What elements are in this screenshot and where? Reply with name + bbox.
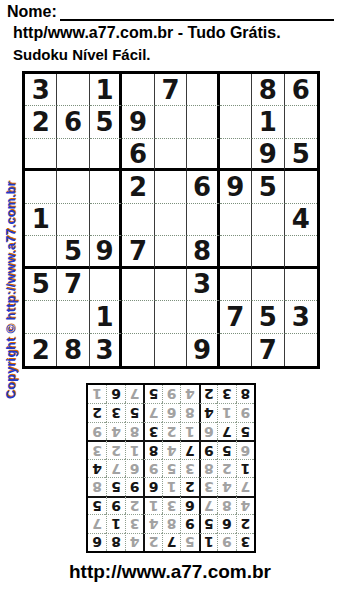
solution-cell-r4c8: 5 xyxy=(106,477,124,495)
cell-r2c3: 5 xyxy=(90,106,122,138)
solution-cell-r4c6: 6 xyxy=(143,477,161,495)
solution-cell-r4c5: 1 xyxy=(162,477,180,495)
cell-r1c2 xyxy=(57,74,89,106)
solution-cell-r6c6: 8 xyxy=(143,440,161,458)
solution-cell-r3c8: 9 xyxy=(106,496,124,514)
site-header-text: http/www.a77.com.br - Tudo Grátis. xyxy=(13,24,281,42)
solution-cell-r5c8: 7 xyxy=(106,459,124,477)
solution-cell-r5c6: 9 xyxy=(143,459,161,477)
solution-cell-r1c9: 6 xyxy=(88,533,106,551)
solution-cell-r2c6: 4 xyxy=(143,514,161,532)
cell-r9c8: 7 xyxy=(252,334,284,366)
cell-r8c3: 1 xyxy=(90,301,122,333)
cell-r1c3: 1 xyxy=(90,74,122,106)
solution-cell-r7c6: 3 xyxy=(143,422,161,440)
cell-r6c6: 8 xyxy=(187,236,219,268)
solution-cell-r5c5: 5 xyxy=(162,459,180,477)
solution-cell-r7c4: 1 xyxy=(180,422,198,440)
puzzle-title: Sudoku Nível Fácil. xyxy=(13,46,151,63)
solution-cell-r5c3: 8 xyxy=(199,459,217,477)
solution-cell-r2c2: 6 xyxy=(217,514,235,532)
cell-r7c7 xyxy=(220,269,252,301)
cell-r3c6 xyxy=(187,139,219,171)
cell-r5c6 xyxy=(187,204,219,236)
solution-cell-r1c3: 1 xyxy=(199,533,217,551)
cell-r3c2 xyxy=(57,139,89,171)
solution-cell-r3c3: 7 xyxy=(199,496,217,514)
cell-r4c6: 6 xyxy=(187,171,219,203)
cell-r6c9 xyxy=(285,236,317,268)
cell-r4c5 xyxy=(155,171,187,203)
cell-r3c4: 6 xyxy=(122,139,154,171)
solution-cell-r9c3: 2 xyxy=(199,385,217,403)
solution-cell-r6c7: 1 xyxy=(125,440,143,458)
solution-cell-r2c7: 3 xyxy=(125,514,143,532)
solution-cell-r9c8: 6 xyxy=(106,385,124,403)
solution-cell-r3c2: 8 xyxy=(217,496,235,514)
solution-cell-r8c8: 3 xyxy=(106,403,124,421)
cell-r4c2 xyxy=(57,171,89,203)
cell-r3c1 xyxy=(25,139,57,171)
solution-cell-r3c9: 5 xyxy=(88,496,106,514)
solution-cell-r4c9: 8 xyxy=(88,477,106,495)
solution-cell-r7c8: 4 xyxy=(106,422,124,440)
solution-cell-r9c1: 8 xyxy=(236,385,254,403)
cell-r3c7 xyxy=(220,139,252,171)
sudoku-solution-grid-rotated: 3915724862659843174876312957432169581283… xyxy=(86,383,256,553)
cell-r9c4 xyxy=(122,334,154,366)
solution-cell-r5c2: 2 xyxy=(217,459,235,477)
cell-r7c1: 5 xyxy=(25,269,57,301)
cell-r6c4: 7 xyxy=(122,236,154,268)
solution-cell-r8c1: 9 xyxy=(236,403,254,421)
solution-cell-r6c9: 3 xyxy=(88,440,106,458)
solution-cell-r2c1: 2 xyxy=(236,514,254,532)
solution-cell-r2c3: 5 xyxy=(199,514,217,532)
solution-cell-r3c6: 1 xyxy=(143,496,161,514)
solution-cell-r8c5: 6 xyxy=(162,403,180,421)
cell-r9c5 xyxy=(155,334,187,366)
cell-r8c2 xyxy=(57,301,89,333)
solution-cell-r2c4: 9 xyxy=(180,514,198,532)
cell-r4c9 xyxy=(285,171,317,203)
copyright-vertical-text: Copyright © http://www.a77.com.br xyxy=(4,181,18,399)
solution-cell-r7c9: 9 xyxy=(88,422,106,440)
cell-r2c4: 9 xyxy=(122,106,154,138)
cell-r9c2: 8 xyxy=(57,334,89,366)
cell-r7c8 xyxy=(252,269,284,301)
solution-cell-r8c4: 8 xyxy=(180,403,198,421)
name-fill-line xyxy=(60,4,334,21)
solution-cell-r6c4: 7 xyxy=(180,440,198,458)
solution-cell-r4c1: 7 xyxy=(236,477,254,495)
solution-cell-r1c7: 4 xyxy=(125,533,143,551)
cell-r1c8: 8 xyxy=(252,74,284,106)
cell-r5c8 xyxy=(252,204,284,236)
cell-r7c3 xyxy=(90,269,122,301)
cell-r4c1 xyxy=(25,171,57,203)
cell-r5c9: 4 xyxy=(285,204,317,236)
cell-r5c4 xyxy=(122,204,154,236)
solution-cell-r4c2: 4 xyxy=(217,477,235,495)
cell-r2c8: 1 xyxy=(252,106,284,138)
cell-r2c2: 6 xyxy=(57,106,89,138)
cell-r5c3 xyxy=(90,204,122,236)
solution-cell-r8c7: 5 xyxy=(125,403,143,421)
solution-cell-r1c1: 3 xyxy=(236,533,254,551)
footer-url: http://www.a77.com.br xyxy=(0,561,340,583)
sudoku-puzzle-grid: 31786265916952695145978573175328397 xyxy=(22,71,320,369)
solution-cell-r6c5: 4 xyxy=(162,440,180,458)
solution-cell-r9c2: 3 xyxy=(217,385,235,403)
cell-r7c4 xyxy=(122,269,154,301)
cell-r5c1: 1 xyxy=(25,204,57,236)
cell-r7c9 xyxy=(285,269,317,301)
cell-r2c9 xyxy=(285,106,317,138)
cell-r4c8: 5 xyxy=(252,171,284,203)
solution-cell-r1c2: 9 xyxy=(217,533,235,551)
cell-r2c6 xyxy=(187,106,219,138)
solution-cell-r3c5: 3 xyxy=(162,496,180,514)
cell-r2c5 xyxy=(155,106,187,138)
solution-cell-r2c8: 1 xyxy=(106,514,124,532)
solution-cell-r7c3: 6 xyxy=(199,422,217,440)
cell-r3c3 xyxy=(90,139,122,171)
solution-cell-r1c6: 2 xyxy=(143,533,161,551)
solution-cell-r6c3: 9 xyxy=(199,440,217,458)
solution-cell-r4c4: 2 xyxy=(180,477,198,495)
cell-r5c7 xyxy=(220,204,252,236)
solution-cell-r4c3: 3 xyxy=(199,477,217,495)
cell-r4c3 xyxy=(90,171,122,203)
solution-cell-r8c9: 2 xyxy=(88,403,106,421)
solution-cell-r2c5: 8 xyxy=(162,514,180,532)
cell-r6c2: 5 xyxy=(57,236,89,268)
solution-cell-r7c1: 5 xyxy=(236,422,254,440)
cell-r6c3: 9 xyxy=(90,236,122,268)
solution-cell-r4c7: 9 xyxy=(125,477,143,495)
cell-r8c7: 7 xyxy=(220,301,252,333)
cell-r5c2 xyxy=(57,204,89,236)
cell-r9c6: 9 xyxy=(187,334,219,366)
cell-r8c4 xyxy=(122,301,154,333)
solution-cell-r5c9: 4 xyxy=(88,459,106,477)
cell-r9c7 xyxy=(220,334,252,366)
solution-cell-r6c2: 5 xyxy=(217,440,235,458)
name-label: Nome: xyxy=(7,2,57,21)
solution-cell-r3c7: 2 xyxy=(125,496,143,514)
cell-r4c4: 2 xyxy=(122,171,154,203)
cell-r3c9: 5 xyxy=(285,139,317,171)
cell-r1c4 xyxy=(122,74,154,106)
solution-cell-r1c8: 8 xyxy=(106,533,124,551)
solution-cell-r7c7: 8 xyxy=(125,422,143,440)
cell-r1c9: 6 xyxy=(285,74,317,106)
cell-r3c8: 9 xyxy=(252,139,284,171)
cell-r1c7 xyxy=(220,74,252,106)
cell-r1c1: 3 xyxy=(25,74,57,106)
cell-r7c6: 3 xyxy=(187,269,219,301)
cell-r3c5 xyxy=(155,139,187,171)
cell-r6c8 xyxy=(252,236,284,268)
cell-r8c1 xyxy=(25,301,57,333)
solution-cell-r6c8: 2 xyxy=(106,440,124,458)
cell-r7c2: 7 xyxy=(57,269,89,301)
name-row: Nome: xyxy=(7,2,334,21)
solution-cell-r9c7: 7 xyxy=(125,385,143,403)
cell-r6c5 xyxy=(155,236,187,268)
cell-r8c8: 5 xyxy=(252,301,284,333)
cell-r8c9: 3 xyxy=(285,301,317,333)
solution-cell-r9c6: 5 xyxy=(143,385,161,403)
solution-cell-r9c5: 9 xyxy=(162,385,180,403)
solution-cell-r5c1: 1 xyxy=(236,459,254,477)
solution-cell-r3c4: 6 xyxy=(180,496,198,514)
solution-cell-r8c3: 4 xyxy=(199,403,217,421)
solution-cell-r7c5: 2 xyxy=(162,422,180,440)
cell-r9c3: 3 xyxy=(90,334,122,366)
solution-cell-r2c9: 7 xyxy=(88,514,106,532)
cell-r5c5 xyxy=(155,204,187,236)
solution-cell-r1c4: 5 xyxy=(180,533,198,551)
cell-r7c5 xyxy=(155,269,187,301)
cell-r9c1: 2 xyxy=(25,334,57,366)
cell-r2c1: 2 xyxy=(25,106,57,138)
solution-cell-r1c5: 7 xyxy=(162,533,180,551)
cell-r2c7 xyxy=(220,106,252,138)
cell-r9c9 xyxy=(285,334,317,366)
solution-cell-r6c1: 6 xyxy=(236,440,254,458)
solution-cell-r5c7: 6 xyxy=(125,459,143,477)
cell-r1c5: 7 xyxy=(155,74,187,106)
cell-r6c1 xyxy=(25,236,57,268)
solution-cell-r9c9: 1 xyxy=(88,385,106,403)
cell-r8c5 xyxy=(155,301,187,333)
solution-cell-r9c4: 4 xyxy=(180,385,198,403)
solution-cell-r3c1: 4 xyxy=(236,496,254,514)
cell-r4c7: 9 xyxy=(220,171,252,203)
solution-cell-r8c6: 7 xyxy=(143,403,161,421)
solution-cell-r7c2: 7 xyxy=(217,422,235,440)
cell-r8c6 xyxy=(187,301,219,333)
cell-r1c6 xyxy=(187,74,219,106)
cell-r6c7 xyxy=(220,236,252,268)
solution-cell-r8c2: 1 xyxy=(217,403,235,421)
solution-cell-r5c4: 3 xyxy=(180,459,198,477)
